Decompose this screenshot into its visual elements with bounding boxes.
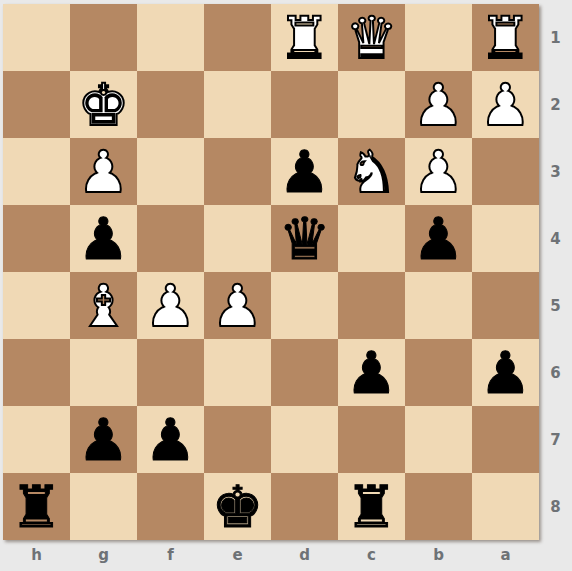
square-h7[interactable] [3,406,70,473]
rank-label-1: 1 [539,4,572,71]
square-d4[interactable]: ♛ [271,205,338,272]
square-f2[interactable] [137,71,204,138]
square-c2[interactable] [338,71,405,138]
piece-black-pawn-b4[interactable]: ♟ [413,210,465,268]
rank-label-8: 8 [539,473,572,540]
square-e4[interactable] [204,205,271,272]
square-b4[interactable]: ♟ [405,205,472,272]
square-f5[interactable]: ♟ [137,272,204,339]
square-e1[interactable] [204,4,271,71]
square-d5[interactable] [271,272,338,339]
square-b1[interactable] [405,4,472,71]
piece-white-knight-c3[interactable]: ♞ [346,143,398,201]
square-a2[interactable]: ♟ [472,71,539,138]
file-labels: hgfedcba [3,541,539,569]
square-d8[interactable] [271,473,338,540]
square-g8[interactable] [70,473,137,540]
piece-black-pawn-c6[interactable]: ♟ [346,344,398,402]
square-a3[interactable] [472,138,539,205]
square-h1[interactable] [3,4,70,71]
file-label-e: e [204,541,271,569]
piece-white-rook-d1[interactable]: ♜ [279,9,331,67]
square-f4[interactable] [137,205,204,272]
piece-white-pawn-f5[interactable]: ♟ [145,277,197,335]
piece-black-rook-c8[interactable]: ♜ [346,478,398,536]
square-c6[interactable]: ♟ [338,339,405,406]
piece-white-pawn-b3[interactable]: ♟ [413,143,465,201]
square-b2[interactable]: ♟ [405,71,472,138]
piece-black-queen-d4[interactable]: ♛ [279,210,331,268]
file-label-f: f [137,541,204,569]
square-e5[interactable]: ♟ [204,272,271,339]
chess-app: ♜♛♜♚♟♟♟♟♞♟♟♛♟♝♟♟♟♟♟♟♜♚♜ 12345678 hgfedcb… [0,0,572,571]
rank-label-3: 3 [539,138,572,205]
square-b5[interactable] [405,272,472,339]
piece-black-pawn-a6[interactable]: ♟ [480,344,532,402]
square-e8[interactable]: ♚ [204,473,271,540]
piece-black-pawn-g7[interactable]: ♟ [78,411,130,469]
rank-labels: 12345678 [539,4,572,540]
square-e3[interactable] [204,138,271,205]
square-e6[interactable] [204,339,271,406]
square-f8[interactable] [137,473,204,540]
square-b3[interactable]: ♟ [405,138,472,205]
square-a5[interactable] [472,272,539,339]
square-b7[interactable] [405,406,472,473]
square-d7[interactable] [271,406,338,473]
rank-label-5: 5 [539,272,572,339]
square-g3[interactable]: ♟ [70,138,137,205]
piece-black-pawn-g4[interactable]: ♟ [78,210,130,268]
square-d2[interactable] [271,71,338,138]
rank-label-6: 6 [539,339,572,406]
square-e7[interactable] [204,406,271,473]
file-label-g: g [70,541,137,569]
file-label-b: b [405,541,472,569]
square-e2[interactable] [204,71,271,138]
square-g4[interactable]: ♟ [70,205,137,272]
rank-label-4: 4 [539,205,572,272]
square-g2[interactable]: ♚ [70,71,137,138]
square-a4[interactable] [472,205,539,272]
square-h4[interactable] [3,205,70,272]
square-f6[interactable] [137,339,204,406]
square-d1[interactable]: ♜ [271,4,338,71]
square-g5[interactable]: ♝ [70,272,137,339]
square-f3[interactable] [137,138,204,205]
square-h5[interactable] [3,272,70,339]
square-a7[interactable] [472,406,539,473]
square-h8[interactable]: ♜ [3,473,70,540]
piece-black-pawn-f7[interactable]: ♟ [145,411,197,469]
square-b6[interactable] [405,339,472,406]
square-b8[interactable] [405,473,472,540]
square-f1[interactable] [137,4,204,71]
rank-label-2: 2 [539,71,572,138]
piece-white-pawn-a2[interactable]: ♟ [480,76,532,134]
square-c7[interactable] [338,406,405,473]
piece-white-pawn-g3[interactable]: ♟ [78,143,130,201]
piece-white-queen-c1[interactable]: ♛ [346,9,398,67]
square-g1[interactable] [70,4,137,71]
rank-label-7: 7 [539,406,572,473]
square-c8[interactable]: ♜ [338,473,405,540]
file-label-c: c [338,541,405,569]
file-label-a: a [472,541,539,569]
square-c4[interactable] [338,205,405,272]
piece-white-pawn-e5[interactable]: ♟ [212,277,264,335]
square-a6[interactable]: ♟ [472,339,539,406]
square-h6[interactable] [3,339,70,406]
square-f7[interactable]: ♟ [137,406,204,473]
square-c1[interactable]: ♛ [338,4,405,71]
piece-white-pawn-b2[interactable]: ♟ [413,76,465,134]
square-a1[interactable]: ♜ [472,4,539,71]
square-d6[interactable] [271,339,338,406]
piece-white-rook-a1[interactable]: ♜ [480,9,532,67]
square-c3[interactable]: ♞ [338,138,405,205]
square-a8[interactable] [472,473,539,540]
square-g7[interactable]: ♟ [70,406,137,473]
chess-board: ♜♛♜♚♟♟♟♟♞♟♟♛♟♝♟♟♟♟♟♟♜♚♜ [3,4,539,540]
square-h3[interactable] [3,138,70,205]
piece-white-bishop-g5[interactable]: ♝ [78,277,130,335]
file-label-h: h [3,541,70,569]
square-g6[interactable] [70,339,137,406]
file-label-d: d [271,541,338,569]
piece-black-pawn-d3[interactable]: ♟ [279,143,331,201]
square-h2[interactable] [3,71,70,138]
piece-white-king-g2[interactable]: ♚ [78,76,130,134]
square-d3[interactable]: ♟ [271,138,338,205]
square-c5[interactable] [338,272,405,339]
piece-black-rook-h8[interactable]: ♜ [11,478,63,536]
piece-black-king-e8[interactable]: ♚ [212,478,264,536]
